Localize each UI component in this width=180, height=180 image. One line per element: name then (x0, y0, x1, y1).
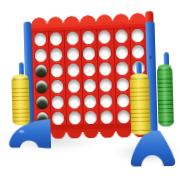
cell-r2c2 (49, 46, 65, 62)
empty-hole (52, 79, 64, 92)
empty-hole (66, 31, 78, 44)
cell-r3c6 (113, 60, 130, 77)
empty-hole (35, 64, 47, 77)
cell-r4c4 (81, 77, 98, 93)
cell-r3c2 (49, 62, 65, 78)
cell-r1c7 (129, 27, 146, 44)
empty-hole (83, 46, 95, 59)
empty-hole (98, 30, 110, 44)
cell-r5c4 (82, 93, 99, 109)
right-foot-shape (130, 130, 175, 166)
cell-r2c4 (81, 45, 98, 62)
cell-r3c4 (81, 61, 98, 78)
empty-hole (50, 32, 62, 45)
empty-hole (68, 95, 80, 108)
cell-r4c3 (65, 77, 81, 93)
cell-r6c6 (115, 108, 132, 124)
empty-hole (115, 45, 127, 59)
cell-r2c7 (129, 43, 146, 60)
cell-r1c1 (32, 31, 48, 47)
cell-r5c6 (114, 92, 131, 109)
empty-hole (131, 28, 144, 42)
empty-hole (101, 110, 113, 123)
screw-dot (149, 56, 152, 59)
cell-r2c5 (97, 44, 114, 61)
cell-r5c2 (50, 94, 66, 110)
cell-r1c3 (64, 29, 80, 46)
cell-r1c5 (96, 28, 113, 45)
cell-r1c6 (113, 27, 130, 44)
empty-hole (34, 32, 46, 45)
cell-r4c5 (98, 76, 115, 93)
cell-r6c5 (99, 108, 116, 124)
cell-r4c6 (114, 76, 131, 93)
cell-r1c4 (80, 29, 97, 46)
cell-r1c2 (48, 30, 64, 47)
cell-r3c3 (65, 61, 81, 77)
empty-hole (51, 48, 63, 61)
cell-r6c3 (66, 109, 83, 125)
cell-r5c3 (66, 93, 82, 109)
empty-hole (116, 77, 128, 90)
empty-hole (99, 46, 111, 59)
cell-r6c2 (50, 110, 66, 126)
empty-hole (132, 44, 145, 58)
empty-hole (99, 62, 111, 75)
empty-hole (67, 63, 79, 76)
empty-hole (36, 80, 48, 93)
empty-hole (68, 111, 80, 124)
cell-r3c1 (33, 62, 49, 78)
empty-hole (117, 93, 129, 106)
right-yellow-disc-stack (129, 75, 150, 135)
left-yellow-disc-stack (11, 76, 29, 126)
right-green-disc-stack (156, 66, 174, 126)
cell-r5c1 (34, 94, 50, 110)
cell-r2c1 (33, 47, 49, 63)
empty-hole (83, 62, 95, 75)
empty-hole (100, 94, 112, 107)
empty-hole (52, 111, 64, 124)
empty-hole (52, 95, 64, 108)
cell-r6c4 (82, 109, 99, 125)
empty-hole (100, 78, 112, 91)
empty-hole (67, 47, 79, 60)
empty-hole (84, 78, 96, 91)
empty-hole (116, 61, 128, 74)
empty-hole (85, 110, 97, 123)
empty-hole (115, 29, 127, 43)
empty-hole (68, 79, 80, 92)
empty-hole (117, 110, 129, 123)
empty-hole (51, 63, 63, 76)
cell-r4c1 (34, 78, 50, 94)
right-foot (126, 130, 178, 167)
cell-r4c2 (49, 78, 65, 94)
empty-hole (84, 94, 96, 107)
cell-r2c6 (113, 43, 130, 60)
connect-four-unit (0, 0, 180, 180)
empty-hole (82, 30, 94, 43)
product-photo (0, 0, 180, 180)
empty-hole (36, 96, 48, 109)
cell-r5c5 (98, 92, 115, 108)
cell-r2c3 (65, 45, 81, 62)
cell-r3c5 (97, 60, 114, 77)
empty-hole (35, 48, 47, 61)
